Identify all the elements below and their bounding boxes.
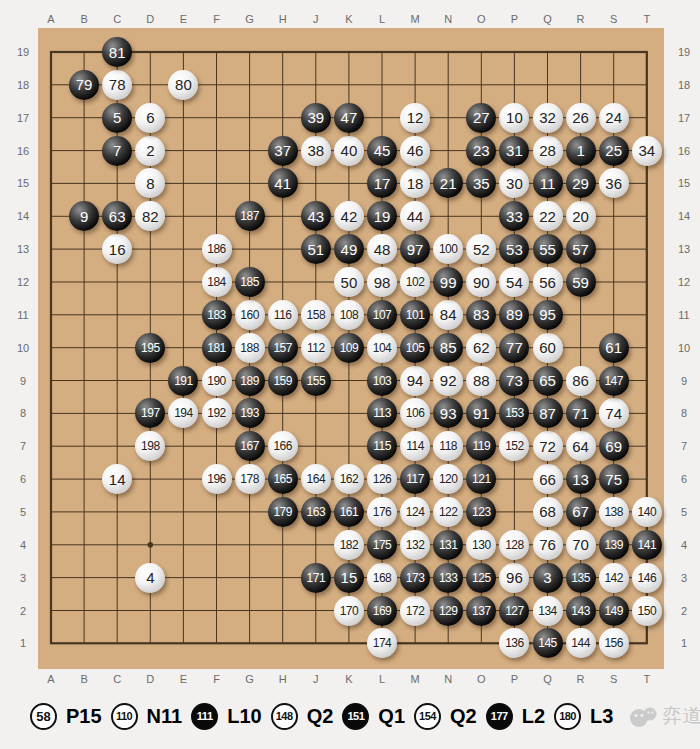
row-label-right-14: 14 <box>678 210 690 222</box>
row-label-left-1: 1 <box>20 637 26 649</box>
caption-coord-180: L3 <box>590 705 613 728</box>
stone-white-132: 132 <box>400 530 430 560</box>
stone-black-53: 53 <box>499 234 529 264</box>
col-label-top-G: G <box>245 13 254 25</box>
stone-black-179: 179 <box>268 497 298 527</box>
stone-black-41: 41 <box>268 168 298 198</box>
caption-stone-148: 148 <box>271 703 298 730</box>
stone-black-61: 61 <box>599 333 629 363</box>
stone-black-139: 139 <box>599 530 629 560</box>
col-label-top-R: R <box>577 13 585 25</box>
stone-black-109: 109 <box>334 333 364 363</box>
stone-white-22: 22 <box>533 201 563 231</box>
stone-white-74: 74 <box>599 398 629 428</box>
stone-white-126: 126 <box>367 464 397 494</box>
stone-black-75: 75 <box>599 464 629 494</box>
stone-white-46: 46 <box>400 136 430 166</box>
stone-black-45: 45 <box>367 136 397 166</box>
stone-white-94: 94 <box>400 366 430 396</box>
stone-white-20: 20 <box>566 201 596 231</box>
col-label-top-A: A <box>47 13 54 25</box>
col-label-bottom-Q: Q <box>543 673 552 685</box>
stone-black-105: 105 <box>400 333 430 363</box>
stone-white-184: 184 <box>202 267 232 297</box>
col-label-top-M: M <box>411 13 420 25</box>
stone-white-116: 116 <box>268 300 298 330</box>
row-label-right-10: 10 <box>678 342 690 354</box>
row-label-right-13: 13 <box>678 243 690 255</box>
caption-coord-177: L2 <box>522 705 545 728</box>
row-label-right-19: 19 <box>678 46 690 58</box>
stone-black-131: 131 <box>433 530 463 560</box>
stone-black-159: 159 <box>268 366 298 396</box>
row-label-left-8: 8 <box>20 407 26 419</box>
caption-stone-154: 154 <box>414 703 441 730</box>
watermark-text: 弈道秋声 <box>662 703 700 729</box>
caption-stone-111: 111 <box>191 703 218 730</box>
stone-black-81: 81 <box>102 37 132 67</box>
row-label-left-16: 16 <box>17 145 29 157</box>
col-label-top-H: H <box>279 13 287 25</box>
stone-white-56: 56 <box>533 267 563 297</box>
stone-white-66: 66 <box>533 464 563 494</box>
stone-white-198: 198 <box>135 431 165 461</box>
stone-black-25: 25 <box>599 136 629 166</box>
stone-white-150: 150 <box>632 596 662 626</box>
stone-white-152: 152 <box>499 431 529 461</box>
stone-white-18: 18 <box>400 168 430 198</box>
stone-white-164: 164 <box>301 464 331 494</box>
stone-white-36: 36 <box>599 168 629 198</box>
stone-black-125: 125 <box>466 563 496 593</box>
col-label-bottom-D: D <box>146 673 154 685</box>
stone-black-87: 87 <box>533 398 563 428</box>
col-label-top-F: F <box>213 13 220 25</box>
stone-black-11: 11 <box>533 168 563 198</box>
stone-white-128: 128 <box>499 530 529 560</box>
stone-black-189: 189 <box>235 366 265 396</box>
stone-black-7: 7 <box>102 136 132 166</box>
row-label-right-9: 9 <box>681 375 687 387</box>
col-label-bottom-S: S <box>610 673 617 685</box>
stone-white-194: 194 <box>168 398 198 428</box>
stone-white-100: 100 <box>433 234 463 264</box>
stone-white-130: 130 <box>466 530 496 560</box>
stone-white-182: 182 <box>334 530 364 560</box>
stone-white-10: 10 <box>499 103 529 133</box>
row-label-left-2: 2 <box>20 605 26 617</box>
stone-white-70: 70 <box>566 530 596 560</box>
stone-black-9: 9 <box>69 201 99 231</box>
stone-white-140: 140 <box>632 497 662 527</box>
stone-black-161: 161 <box>334 497 364 527</box>
stone-white-134: 134 <box>533 596 563 626</box>
stone-white-160: 160 <box>235 300 265 330</box>
stone-white-32: 32 <box>533 103 563 133</box>
watermark-icon <box>628 704 658 728</box>
stone-white-114: 114 <box>400 431 430 461</box>
stone-black-39: 39 <box>301 103 331 133</box>
caption-coord-111: L10 <box>227 705 261 728</box>
col-label-top-O: O <box>477 13 486 25</box>
stone-black-95: 95 <box>533 300 563 330</box>
stone-black-21: 21 <box>433 168 463 198</box>
row-label-right-8: 8 <box>681 407 687 419</box>
col-label-bottom-C: C <box>113 673 121 685</box>
row-label-left-3: 3 <box>20 572 26 584</box>
col-label-top-Q: Q <box>543 13 552 25</box>
col-label-top-S: S <box>610 13 617 25</box>
stone-black-35: 35 <box>466 168 496 198</box>
stone-white-64: 64 <box>566 431 596 461</box>
stone-white-96: 96 <box>499 563 529 593</box>
stone-white-190: 190 <box>202 366 232 396</box>
row-label-right-5: 5 <box>681 506 687 518</box>
stone-white-90: 90 <box>466 267 496 297</box>
stone-white-30: 30 <box>499 168 529 198</box>
stone-black-129: 129 <box>433 596 463 626</box>
stone-black-59: 59 <box>566 267 596 297</box>
stone-white-54: 54 <box>499 267 529 297</box>
stone-black-63: 63 <box>102 201 132 231</box>
caption-stone-177: 177 <box>486 703 513 730</box>
col-label-top-P: P <box>511 13 518 25</box>
stone-black-1: 1 <box>566 136 596 166</box>
caption-stone-180: 180 <box>554 703 581 730</box>
stone-black-51: 51 <box>301 234 331 264</box>
stone-white-8: 8 <box>135 168 165 198</box>
stone-white-76: 76 <box>533 530 563 560</box>
stone-black-19: 19 <box>367 201 397 231</box>
row-label-right-16: 16 <box>678 145 690 157</box>
col-label-top-L: L <box>379 13 385 25</box>
stone-black-83: 83 <box>466 300 496 330</box>
stone-white-120: 120 <box>433 464 463 494</box>
col-label-bottom-N: N <box>444 673 452 685</box>
caption-stone-110: 110 <box>111 703 138 730</box>
stone-black-43: 43 <box>301 201 331 231</box>
stone-white-186: 186 <box>202 234 232 264</box>
caption-coord-148: Q2 <box>307 705 334 728</box>
stone-black-115: 115 <box>367 431 397 461</box>
stone-black-127: 127 <box>499 596 529 626</box>
stone-white-52: 52 <box>466 234 496 264</box>
stone-black-97: 97 <box>400 234 430 264</box>
row-label-left-4: 4 <box>20 539 26 551</box>
row-label-right-15: 15 <box>678 177 690 189</box>
col-label-top-N: N <box>444 13 452 25</box>
stone-white-118: 118 <box>433 431 463 461</box>
stone-white-112: 112 <box>301 333 331 363</box>
stone-white-146: 146 <box>632 563 662 593</box>
stone-white-124: 124 <box>400 497 430 527</box>
stone-white-104: 104 <box>367 333 397 363</box>
stone-black-113: 113 <box>367 398 397 428</box>
stone-white-86: 86 <box>566 366 596 396</box>
stone-black-37: 37 <box>268 136 298 166</box>
row-label-left-17: 17 <box>17 112 29 124</box>
caption-coord-110: N11 <box>147 705 183 728</box>
stone-white-138: 138 <box>599 497 629 527</box>
row-label-left-9: 9 <box>20 375 26 387</box>
stone-black-133: 133 <box>433 563 463 593</box>
stone-white-136: 136 <box>499 628 529 658</box>
stone-white-72: 72 <box>533 431 563 461</box>
stone-black-149: 149 <box>599 596 629 626</box>
caption-row: 58P15110N11111L10148Q2151Q1154Q2177L2180… <box>30 698 700 734</box>
stone-white-88: 88 <box>466 366 496 396</box>
stone-black-145: 145 <box>533 628 563 658</box>
stone-black-143: 143 <box>566 596 596 626</box>
stone-white-4: 4 <box>135 563 165 593</box>
stone-black-187: 187 <box>235 201 265 231</box>
row-label-right-12: 12 <box>678 276 690 288</box>
stone-black-17: 17 <box>367 168 397 198</box>
stone-black-175: 175 <box>367 530 397 560</box>
stone-black-123: 123 <box>466 497 496 527</box>
stone-black-47: 47 <box>334 103 364 133</box>
stone-white-156: 156 <box>599 628 629 658</box>
stone-white-108: 108 <box>334 300 364 330</box>
row-label-left-19: 19 <box>17 46 29 58</box>
stone-black-185: 185 <box>235 267 265 297</box>
col-label-bottom-F: F <box>213 673 220 685</box>
stone-black-183: 183 <box>202 300 232 330</box>
stone-white-106: 106 <box>400 398 430 428</box>
stone-black-117: 117 <box>400 464 430 494</box>
stone-black-27: 27 <box>466 103 496 133</box>
stone-white-102: 102 <box>400 267 430 297</box>
stone-white-162: 162 <box>334 464 364 494</box>
stone-black-33: 33 <box>499 201 529 231</box>
stone-white-12: 12 <box>400 103 430 133</box>
stone-black-89: 89 <box>499 300 529 330</box>
row-label-left-18: 18 <box>17 79 29 91</box>
stone-black-3: 3 <box>533 563 563 593</box>
stone-white-188: 188 <box>235 333 265 363</box>
row-label-left-14: 14 <box>17 210 29 222</box>
row-label-left-11: 11 <box>17 309 28 321</box>
stone-white-98: 98 <box>367 267 397 297</box>
col-label-top-E: E <box>180 13 187 25</box>
col-label-bottom-L: L <box>379 673 385 685</box>
stone-black-155: 155 <box>301 366 331 396</box>
row-label-right-3: 3 <box>681 572 687 584</box>
stone-black-69: 69 <box>599 431 629 461</box>
stone-white-42: 42 <box>334 201 364 231</box>
stone-white-142: 142 <box>599 563 629 593</box>
stone-black-153: 153 <box>499 398 529 428</box>
stone-white-34: 34 <box>632 136 662 166</box>
stone-black-71: 71 <box>566 398 596 428</box>
stone-white-16: 16 <box>102 234 132 264</box>
stone-white-82: 82 <box>135 201 165 231</box>
stone-white-44: 44 <box>400 201 430 231</box>
stone-black-73: 73 <box>499 366 529 396</box>
stone-black-171: 171 <box>301 563 331 593</box>
col-label-bottom-O: O <box>477 673 486 685</box>
stone-black-195: 195 <box>135 333 165 363</box>
stone-black-119: 119 <box>466 431 496 461</box>
stone-white-174: 174 <box>367 628 397 658</box>
row-label-right-6: 6 <box>681 473 687 485</box>
stone-white-92: 92 <box>433 366 463 396</box>
col-label-bottom-B: B <box>80 673 87 685</box>
stone-black-181: 181 <box>202 333 232 363</box>
stone-black-163: 163 <box>301 497 331 527</box>
row-label-left-12: 12 <box>17 276 29 288</box>
stone-black-67: 67 <box>566 497 596 527</box>
stone-black-13: 13 <box>566 464 596 494</box>
col-label-bottom-A: A <box>47 673 54 685</box>
stone-black-55: 55 <box>533 234 563 264</box>
caption-coord-151: Q1 <box>378 705 405 728</box>
stone-black-77: 77 <box>499 333 529 363</box>
stone-white-122: 122 <box>433 497 463 527</box>
stone-white-26: 26 <box>566 103 596 133</box>
stone-black-31: 31 <box>499 136 529 166</box>
col-label-bottom-J: J <box>313 673 319 685</box>
col-label-top-B: B <box>80 13 87 25</box>
stone-white-14: 14 <box>102 464 132 494</box>
col-label-top-K: K <box>345 13 352 25</box>
stone-black-137: 137 <box>466 596 496 626</box>
stone-white-68: 68 <box>533 497 563 527</box>
stone-black-107: 107 <box>367 300 397 330</box>
col-label-top-D: D <box>146 13 154 25</box>
col-label-top-T: T <box>643 13 650 25</box>
stone-black-85: 85 <box>433 333 463 363</box>
row-label-right-17: 17 <box>678 112 690 124</box>
stone-white-168: 168 <box>367 563 397 593</box>
stone-white-50: 50 <box>334 267 364 297</box>
row-label-right-11: 11 <box>678 309 689 321</box>
stone-black-173: 173 <box>400 563 430 593</box>
watermark: 弈道秋声 <box>628 703 700 729</box>
stone-white-166: 166 <box>268 431 298 461</box>
go-game-record-page: AABBCCDDEEFFGGHHJJKKLLMMNNOOPPQQRRSSTT11… <box>0 0 700 749</box>
col-label-bottom-P: P <box>511 673 518 685</box>
stone-white-78: 78 <box>102 70 132 100</box>
stone-white-40: 40 <box>334 136 364 166</box>
row-label-left-10: 10 <box>17 342 29 354</box>
caption-stone-151: 151 <box>342 703 369 730</box>
row-label-left-15: 15 <box>17 177 29 189</box>
row-label-right-4: 4 <box>681 539 687 551</box>
stone-white-172: 172 <box>400 596 430 626</box>
stone-white-6: 6 <box>135 103 165 133</box>
col-label-bottom-H: H <box>279 673 287 685</box>
stone-white-24: 24 <box>599 103 629 133</box>
col-label-bottom-E: E <box>180 673 187 685</box>
stone-black-5: 5 <box>102 103 132 133</box>
col-label-bottom-T: T <box>643 673 650 685</box>
stone-white-48: 48 <box>367 234 397 264</box>
stone-white-2: 2 <box>135 136 165 166</box>
stone-black-165: 165 <box>268 464 298 494</box>
row-label-right-18: 18 <box>678 79 690 91</box>
col-label-bottom-G: G <box>245 673 254 685</box>
stone-black-91: 91 <box>466 398 496 428</box>
stone-white-28: 28 <box>533 136 563 166</box>
stone-white-60: 60 <box>533 333 563 363</box>
caption-coord-154: Q2 <box>450 705 477 728</box>
stone-black-29: 29 <box>566 168 596 198</box>
stone-white-192: 192 <box>202 398 232 428</box>
stone-black-103: 103 <box>367 366 397 396</box>
stone-black-191: 191 <box>168 366 198 396</box>
stone-white-62: 62 <box>466 333 496 363</box>
stone-white-178: 178 <box>235 464 265 494</box>
stone-white-196: 196 <box>202 464 232 494</box>
stone-black-169: 169 <box>367 596 397 626</box>
caption-stone-58: 58 <box>30 703 57 730</box>
row-label-left-5: 5 <box>20 506 26 518</box>
stone-black-15: 15 <box>334 563 364 593</box>
caption-coord-58: P15 <box>66 705 102 728</box>
stone-white-84: 84 <box>433 300 463 330</box>
stone-white-170: 170 <box>334 596 364 626</box>
stone-white-158: 158 <box>301 300 331 330</box>
row-label-right-7: 7 <box>681 440 687 452</box>
col-label-bottom-R: R <box>577 673 585 685</box>
stone-black-121: 121 <box>466 464 496 494</box>
stone-black-101: 101 <box>400 300 430 330</box>
stone-black-157: 157 <box>268 333 298 363</box>
stone-white-38: 38 <box>301 136 331 166</box>
stone-black-135: 135 <box>566 563 596 593</box>
stone-black-167: 167 <box>235 431 265 461</box>
stone-black-141: 141 <box>632 530 662 560</box>
stone-black-49: 49 <box>334 234 364 264</box>
stone-black-93: 93 <box>433 398 463 428</box>
stone-black-79: 79 <box>69 70 99 100</box>
row-label-right-2: 2 <box>681 605 687 617</box>
row-label-left-7: 7 <box>20 440 26 452</box>
stone-black-99: 99 <box>433 267 463 297</box>
row-label-right-1: 1 <box>681 637 687 649</box>
row-label-left-6: 6 <box>20 473 26 485</box>
stone-white-80: 80 <box>168 70 198 100</box>
stone-black-197: 197 <box>135 398 165 428</box>
stone-white-144: 144 <box>566 628 596 658</box>
col-label-bottom-M: M <box>411 673 420 685</box>
stone-white-176: 176 <box>367 497 397 527</box>
col-label-top-J: J <box>313 13 319 25</box>
stone-black-57: 57 <box>566 234 596 264</box>
stone-black-65: 65 <box>533 366 563 396</box>
col-label-top-C: C <box>113 13 121 25</box>
row-label-left-13: 13 <box>17 243 29 255</box>
stone-black-147: 147 <box>599 366 629 396</box>
stone-black-193: 193 <box>235 398 265 428</box>
col-label-bottom-K: K <box>345 673 352 685</box>
stone-black-23: 23 <box>466 136 496 166</box>
